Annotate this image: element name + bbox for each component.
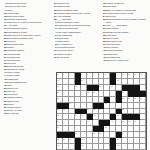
cell-number: 17 xyxy=(57,85,59,87)
cell-number: 10 xyxy=(122,73,124,75)
cell-number: 60 xyxy=(57,144,59,146)
cell-number: 61 xyxy=(81,144,83,146)
clue-list-middle: 63Cooked in oil64Stitched edge65Sign of … xyxy=(52,2,99,58)
cell-number: 50 xyxy=(105,126,107,128)
cell-number: 11 xyxy=(128,73,130,75)
cell-number: 27 xyxy=(128,97,130,99)
cell-number: 3 xyxy=(69,73,70,75)
cell-number: 43 xyxy=(57,120,59,122)
clue-text: Tiny amount xyxy=(7,112,49,115)
clue-text: Egg layers, a sunny day xyxy=(106,58,149,61)
cell-number: 26 xyxy=(122,97,124,99)
cell-number: 14 xyxy=(57,79,59,81)
cell-number: 35 xyxy=(93,108,95,110)
cell-number: 13 xyxy=(140,73,142,75)
cell-number: 52 xyxy=(93,132,95,134)
cell-number: 21 xyxy=(57,91,59,93)
cell-number: 47 xyxy=(128,120,130,122)
cell-number: 49 xyxy=(57,126,59,128)
clue-item: 19Not so much xyxy=(52,55,99,58)
cell-number: 45 xyxy=(111,120,113,122)
crossword-grid: 1234567891011121314151617181920212223242… xyxy=(56,72,147,150)
cell-number: 24 xyxy=(122,91,124,93)
cell-number: 19 xyxy=(99,85,101,87)
crossword-puzzle-page: 1Songs for two people5Lemon or lime drin… xyxy=(0,0,150,150)
cell-number: 38 xyxy=(57,114,59,116)
cell-number: 42 xyxy=(117,114,119,116)
cell-number: 12 xyxy=(134,73,136,75)
clue-item: 49Egg layers, a sunny day xyxy=(101,58,149,61)
cell-number: 46 xyxy=(122,120,124,122)
cell-number: 2 xyxy=(63,73,64,75)
cell-number: 20 xyxy=(111,85,113,87)
cell-number: 25 xyxy=(57,97,59,99)
cell-number: 51 xyxy=(75,132,77,134)
cell-number: 18 xyxy=(75,85,77,87)
cell-number: 34 xyxy=(87,108,89,110)
cell-number: 57 xyxy=(69,138,71,140)
cell-number: 22 xyxy=(87,91,89,93)
cell-number: 40 xyxy=(81,114,83,116)
cell-number: 39 xyxy=(75,114,77,116)
cell-number: 28 xyxy=(134,97,136,99)
cell-number: 48 xyxy=(134,120,136,122)
cell-number: 56 xyxy=(63,138,65,140)
clue-item: 62Tiny amount xyxy=(2,112,49,115)
cell-number: 4 xyxy=(81,73,82,75)
cell-number: 54 xyxy=(122,132,124,134)
cell-number: 36 xyxy=(99,108,101,110)
cell-number: 23 xyxy=(93,91,95,93)
cell-number: 5 xyxy=(87,73,88,75)
clue-list-left: 1Songs for two people5Lemon or lime drin… xyxy=(2,2,49,115)
clue-column-left: 1Songs for two people5Lemon or lime drin… xyxy=(2,2,49,150)
cell-number: 53 xyxy=(99,132,101,134)
cell-number: 32 xyxy=(57,108,59,110)
cell-number: 16 xyxy=(117,79,119,81)
clue-text: Not so much xyxy=(57,55,99,58)
cell-number: 58 xyxy=(81,138,83,140)
cell-number: 9 xyxy=(117,73,118,75)
cell-number: 41 xyxy=(93,114,95,116)
clue-list-right: 12Loaded. To the one13Rock dome15Edge of… xyxy=(101,2,149,62)
cell-number: 8 xyxy=(105,73,106,75)
cell-number: 7 xyxy=(99,73,100,75)
cell-number: 62 xyxy=(117,144,119,146)
grid-cell xyxy=(140,144,146,150)
cell-number: 6 xyxy=(93,73,94,75)
cell-number: 55 xyxy=(57,138,59,140)
cell-number: 15 xyxy=(81,79,83,81)
cell-number: 31 xyxy=(105,102,107,104)
cell-number: 30 xyxy=(69,102,71,104)
cell-number: 59 xyxy=(117,138,119,140)
cell-number: 33 xyxy=(63,108,65,110)
cell-number: 29 xyxy=(140,97,142,99)
cell-number: 44 xyxy=(87,120,89,122)
cell-number: 37 xyxy=(122,108,124,110)
cell-number: 1 xyxy=(57,73,58,75)
